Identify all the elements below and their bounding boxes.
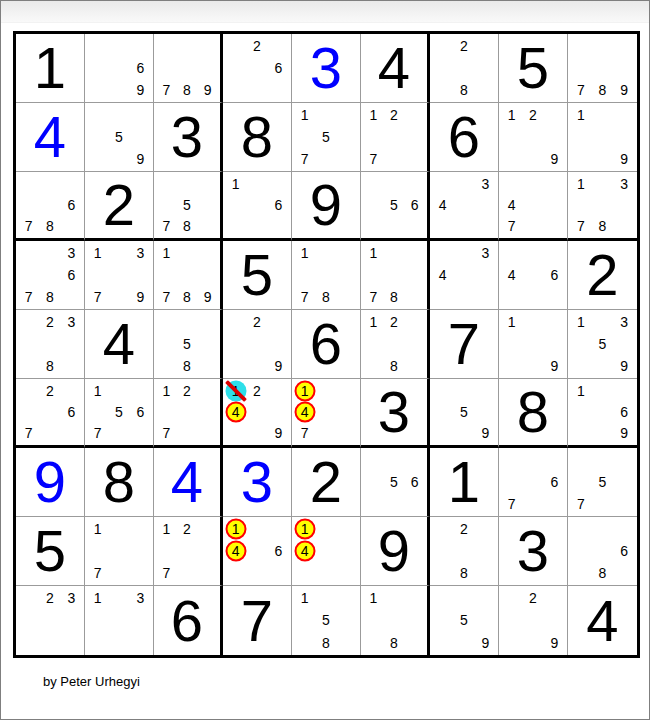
candidate-slot-8 <box>246 355 267 377</box>
candidate-digit: 2 <box>390 107 398 123</box>
cell-r1c1[interactable]: 1 <box>16 34 85 103</box>
candidate-slot-1 <box>501 587 522 609</box>
cell-r2c9[interactable]: 19 <box>568 103 637 172</box>
cell-r3c6[interactable]: 56 <box>361 172 430 241</box>
candidate-slot-5: 5 <box>384 194 405 215</box>
given-digit: 6 <box>448 108 480 166</box>
given-digit: 8 <box>241 108 273 166</box>
cell-r6c8[interactable]: 8 <box>499 379 568 448</box>
cell-r9c5[interactable]: 158 <box>292 586 361 655</box>
candidate-slot-7 <box>432 632 453 654</box>
cell-r5c9[interactable]: 1359 <box>568 310 637 379</box>
candidate-slot-8 <box>453 632 474 654</box>
cell-r2c4[interactable]: 8 <box>223 103 292 172</box>
candidate-slot-6 <box>475 194 496 215</box>
candidate-slot-7: 7 <box>570 79 592 101</box>
cell-r6c6[interactable]: 3 <box>361 379 430 448</box>
candidate-slot-3 <box>544 242 565 264</box>
candidate-slot-9 <box>613 216 635 237</box>
cell-r3c4[interactable]: 16 <box>223 172 292 241</box>
cell-r8c6[interactable]: 9 <box>361 517 430 586</box>
given-digit: 2 <box>103 176 135 234</box>
candidate-slot-7: 7 <box>294 148 315 170</box>
candidate-digit: 3 <box>67 590 75 606</box>
candidate-digit: 3 <box>67 314 75 330</box>
candidate-slot-3 <box>268 173 289 194</box>
candidate-slot-8 <box>384 216 405 237</box>
cell-r6c4[interactable]: 1249 <box>223 379 292 448</box>
cell-r7c5[interactable]: 2 <box>292 448 361 517</box>
candidate-slot-9: 9 <box>130 79 151 101</box>
cell-r9c8[interactable]: 29 <box>499 586 568 655</box>
candidate-digit: 1 <box>577 107 585 123</box>
candidate-slot-1: 1 <box>501 311 522 333</box>
cell-r4c7[interactable]: 34 <box>430 241 499 310</box>
cell-r4c5[interactable]: 178 <box>292 241 361 310</box>
candidate-slot-9 <box>475 286 496 308</box>
candidate-slot-7 <box>432 286 453 308</box>
candidate-slot-6 <box>197 401 218 422</box>
candidate-digit: 8 <box>390 635 398 651</box>
cell-r5c2[interactable]: 4 <box>85 310 154 379</box>
cell-r7c7[interactable]: 1 <box>430 448 499 517</box>
candidate-slot-2 <box>177 173 198 194</box>
candidate-slot-6: 6 <box>61 194 82 215</box>
candidate-slot-6 <box>337 401 358 422</box>
candidate-slot-3 <box>197 518 218 540</box>
candidate-slot-7 <box>156 355 177 377</box>
candidate-grid: 1359 <box>570 311 635 377</box>
cell-r8c3[interactable]: 127 <box>154 517 223 586</box>
candidate-slot-7 <box>432 562 453 584</box>
candidate-slot-2 <box>522 242 543 264</box>
cell-r9c4[interactable]: 7 <box>223 586 292 655</box>
candidate-digit: 7 <box>577 82 585 98</box>
candidate-slot-6 <box>197 333 218 355</box>
cell-r4c4[interactable]: 5 <box>223 241 292 310</box>
cell-r2c3[interactable]: 3 <box>154 103 223 172</box>
candidate-slot-3 <box>61 173 82 194</box>
candidate-slot-5 <box>39 401 60 422</box>
candidate-grid: 34 <box>432 242 496 308</box>
candidate-slot-9: 9 <box>613 79 635 101</box>
cell-r2c5[interactable]: 157 <box>292 103 361 172</box>
candidate-slot-1: 1 <box>363 104 384 126</box>
cell-r6c2[interactable]: 1567 <box>85 379 154 448</box>
cell-r5c3[interactable]: 58 <box>154 310 223 379</box>
candidate-slot-6 <box>130 609 151 631</box>
candidate-slot-4 <box>570 126 592 148</box>
candidate-slot-9 <box>404 493 425 515</box>
cell-r6c1[interactable]: 267 <box>16 379 85 448</box>
candidate-slot-1 <box>570 35 592 57</box>
cell-r6c5[interactable]: 147 <box>292 379 361 448</box>
candidate-slot-9 <box>61 632 82 654</box>
candidate-slot-9: 9 <box>475 423 496 444</box>
candidate-digit: 3 <box>481 245 489 261</box>
candidate-slot-3 <box>268 35 289 57</box>
candidate-digit: 6 <box>274 60 282 76</box>
candidate-slot-2 <box>592 173 614 194</box>
candidate-grid: 59 <box>432 380 496 444</box>
candidate-digit: 1 <box>369 590 377 606</box>
candidate-digit: 6 <box>411 474 419 490</box>
cell-r4c9[interactable]: 2 <box>568 241 637 310</box>
candidate-grid: 1379 <box>87 242 151 308</box>
candidate-slot-6 <box>475 57 496 79</box>
candidate-slot-5: 5 <box>108 126 129 148</box>
candidate-slot-8 <box>522 632 543 654</box>
cell-r3c7[interactable]: 34 <box>430 172 499 241</box>
candidate-slot-6: 6 <box>61 264 82 286</box>
cell-r5c5[interactable]: 6 <box>292 310 361 379</box>
candidate-slot-4 <box>225 333 246 355</box>
candidate-grid: 17 <box>87 518 151 584</box>
given-digit: 4 <box>378 39 410 97</box>
cell-r3c5[interactable]: 9 <box>292 172 361 241</box>
candidate-slot-4 <box>432 540 453 562</box>
candidate-slot-7: 7 <box>501 493 522 515</box>
given-digit: 9 <box>310 176 342 234</box>
candidate-slot-8 <box>522 286 543 308</box>
candidate-slot-7: 7 <box>570 216 592 237</box>
candidate-digit: 7 <box>369 151 377 167</box>
candidate-slot-7 <box>501 286 522 308</box>
cell-r8c5[interactable]: 14 <box>292 517 361 586</box>
cell-r1c2[interactable]: 69 <box>85 34 154 103</box>
candidate-slot-9 <box>404 632 425 654</box>
candidate-slot-8 <box>108 148 129 170</box>
cell-r1c8[interactable]: 5 <box>499 34 568 103</box>
candidate-slot-2: 2 <box>39 380 60 401</box>
candidate-grid: 29 <box>501 587 565 654</box>
cell-r1c5[interactable]: 3 <box>292 34 361 103</box>
candidate-slot-8 <box>108 562 129 584</box>
candidate-slot-1 <box>432 380 453 401</box>
candidate-digit: 6 <box>274 197 282 213</box>
candidate-slot-8 <box>453 216 474 237</box>
cell-r3c9[interactable]: 1378 <box>568 172 637 241</box>
candidate-digit: 9 <box>550 635 558 651</box>
candidate-slot-6: 6 <box>404 194 425 215</box>
candidate-slot-4 <box>294 126 315 148</box>
candidate-grid: 1789 <box>156 242 218 308</box>
candidate-digit: 4 <box>232 404 240 420</box>
candidate-digit: 5 <box>115 404 123 420</box>
candidate-grid: 178 <box>294 242 358 308</box>
candidate-grid: 157 <box>294 104 358 170</box>
candidate-slot-7 <box>570 423 592 444</box>
candidate-slot-6 <box>613 333 635 355</box>
candidate-slot-1: 1 <box>363 242 384 264</box>
cell-r8c1[interactable]: 5 <box>16 517 85 586</box>
candidate-digit: 9 <box>204 82 212 98</box>
candidate-slot-2 <box>592 35 614 57</box>
candidate-grid: 146 <box>225 518 289 584</box>
candidate-slot-2: 2 <box>39 587 60 609</box>
candidate-slot-7 <box>87 79 108 101</box>
cell-r7c1[interactable]: 9 <box>16 448 85 517</box>
candidate-slot-8: 8 <box>384 355 405 377</box>
candidate-slot-4 <box>570 333 592 355</box>
candidate-slot-5 <box>384 609 405 631</box>
cell-r5c7[interactable]: 7 <box>430 310 499 379</box>
candidate-slot-4 <box>432 57 453 79</box>
candidate-slot-1: 1 <box>87 242 108 264</box>
candidate-slot-9 <box>268 562 289 584</box>
candidate-digit: 1 <box>162 383 170 399</box>
candidate-digit: 4 <box>439 197 447 213</box>
candidate-digit: 9 <box>481 425 489 441</box>
candidate-slot-1 <box>432 518 453 540</box>
cell-r1c3[interactable]: 789 <box>154 34 223 103</box>
candidate-slot-4 <box>156 540 177 562</box>
cell-r5c1[interactable]: 238 <box>16 310 85 379</box>
cell-r9c3[interactable]: 6 <box>154 586 223 655</box>
candidate-digit: 2 <box>46 314 54 330</box>
candidate-slot-3 <box>268 518 289 540</box>
candidate-slot-8 <box>108 423 129 444</box>
cell-r8c7[interactable]: 28 <box>430 517 499 586</box>
candidate-grid: 58 <box>156 311 218 377</box>
candidate-slot-8: 8 <box>384 286 405 308</box>
candidate-slot-3 <box>404 104 425 126</box>
candidate-slot-5 <box>315 401 336 422</box>
candidate-slot-9 <box>61 355 82 377</box>
cell-r3c3[interactable]: 578 <box>154 172 223 241</box>
cell-r4c8[interactable]: 46 <box>499 241 568 310</box>
cell-r2c2[interactable]: 59 <box>85 103 154 172</box>
cell-r9c1[interactable]: 23 <box>16 586 85 655</box>
candidate-slot-6 <box>130 126 151 148</box>
cell-r5c6[interactable]: 128 <box>361 310 430 379</box>
candidate-slot-8: 8 <box>592 79 614 101</box>
cell-r7c9[interactable]: 57 <box>568 448 637 517</box>
candidate-slot-2 <box>246 173 267 194</box>
candidate-slot-6 <box>268 401 289 422</box>
candidate-slot-4 <box>87 540 108 562</box>
cell-r9c6[interactable]: 18 <box>361 586 430 655</box>
candidate-slot-4 <box>87 609 108 631</box>
candidate-digit: 5 <box>460 404 468 420</box>
solved-digit: 4 <box>34 108 66 166</box>
candidate-slot-5 <box>39 333 60 355</box>
cell-r7c6[interactable]: 56 <box>361 448 430 517</box>
candidate-slot-5: 5 <box>592 333 614 355</box>
candidate-digit: 5 <box>460 612 468 628</box>
cell-r6c7[interactable]: 59 <box>430 379 499 448</box>
candidate-digit: 3 <box>136 590 144 606</box>
cell-r6c3[interactable]: 127 <box>154 379 223 448</box>
candidate-slot-4 <box>18 333 39 355</box>
cell-r9c7[interactable]: 59 <box>430 586 499 655</box>
candidate-slot-5 <box>453 57 474 79</box>
cell-r4c1[interactable]: 3678 <box>16 241 85 310</box>
cell-r7c8[interactable]: 67 <box>499 448 568 517</box>
candidate-slot-3 <box>337 587 358 609</box>
cell-r7c3[interactable]: 4 <box>154 448 223 517</box>
candidate-slot-6 <box>197 57 218 79</box>
candidate-slot-5: 5 <box>384 471 405 493</box>
candidate-slot-6: 6 <box>268 194 289 215</box>
candidate-slot-7 <box>570 562 592 584</box>
candidate-slot-7 <box>225 79 246 101</box>
candidate-slot-7 <box>432 216 453 237</box>
candidate-digit: 5 <box>183 197 191 213</box>
candidate-slot-2 <box>315 518 336 540</box>
candidate-slot-5: 5 <box>453 609 474 631</box>
cell-r4c2[interactable]: 1379 <box>85 241 154 310</box>
cell-r6c9[interactable]: 169 <box>568 379 637 448</box>
cell-r1c9[interactable]: 789 <box>568 34 637 103</box>
candidate-slot-7: 7 <box>156 286 177 308</box>
given-digit: 5 <box>517 39 549 97</box>
candidate-slot-8 <box>246 216 267 237</box>
candidate-grid: 178 <box>363 242 425 308</box>
cell-r2c8[interactable]: 129 <box>499 103 568 172</box>
candidate-grid: 56 <box>363 449 425 515</box>
candidate-slot-8 <box>246 562 267 584</box>
candidate-slot-6: 6 <box>268 540 289 562</box>
candidate-slot-5 <box>453 540 474 562</box>
candidate-digit: 7 <box>94 289 102 305</box>
candidate-slot-7 <box>225 423 246 444</box>
candidate-slot-2: 2 <box>522 104 543 126</box>
cell-r5c4[interactable]: 29 <box>223 310 292 379</box>
candidate-slot-8 <box>384 148 405 170</box>
candidate-slot-3 <box>130 518 151 540</box>
candidate-slot-8: 8 <box>177 216 198 237</box>
candidate-slot-7 <box>225 216 246 237</box>
candidate-slot-4 <box>225 57 246 79</box>
cell-r1c6[interactable]: 4 <box>361 34 430 103</box>
cell-r7c2[interactable]: 8 <box>85 448 154 517</box>
candidate-slot-4 <box>363 264 384 286</box>
cell-r2c7[interactable]: 6 <box>430 103 499 172</box>
candidate-slot-5 <box>177 57 198 79</box>
candidate-digit: 2 <box>46 590 54 606</box>
cell-r3c2[interactable]: 2 <box>85 172 154 241</box>
candidate-digit: 2 <box>390 314 398 330</box>
candidate-slot-9: 9 <box>613 148 635 170</box>
candidate-slot-6 <box>544 609 565 631</box>
candidate-slot-8: 8 <box>384 632 405 654</box>
candidate-slot-9: 9 <box>544 632 565 654</box>
candidate-slot-5 <box>246 57 267 79</box>
candidate-slot-5 <box>453 194 474 215</box>
given-digit: 3 <box>378 383 410 441</box>
candidate-slot-5 <box>592 540 614 562</box>
cell-r8c2[interactable]: 17 <box>85 517 154 586</box>
candidate-slot-5 <box>592 57 614 79</box>
cell-r4c6[interactable]: 178 <box>361 241 430 310</box>
candidate-slot-5 <box>39 264 60 286</box>
candidate-slot-1 <box>18 380 39 401</box>
cell-r8c9[interactable]: 68 <box>568 517 637 586</box>
candidate-slot-5 <box>177 264 198 286</box>
candidate-slot-5 <box>522 194 543 215</box>
candidate-digit: 8 <box>390 289 398 305</box>
candidate-slot-5 <box>108 264 129 286</box>
candidate-slot-4 <box>363 609 384 631</box>
candidate-slot-3 <box>404 311 425 333</box>
candidate-digit: 5 <box>183 336 191 352</box>
cell-r8c4[interactable]: 146 <box>223 517 292 586</box>
candidate-slot-3 <box>475 35 496 57</box>
candidate-grid: 13 <box>87 587 151 654</box>
candidate-grid: 14 <box>294 518 358 584</box>
cell-r2c1[interactable]: 4 <box>16 103 85 172</box>
candidate-slot-9: 9 <box>268 355 289 377</box>
candidate-slot-7: 7 <box>570 493 592 515</box>
candidate-slot-6: 6 <box>268 57 289 79</box>
candidate-slot-3 <box>337 380 358 401</box>
candidate-slot-9 <box>130 632 151 654</box>
cell-r5c8[interactable]: 19 <box>499 310 568 379</box>
candidate-slot-8 <box>522 493 543 515</box>
candidate-digit: 9 <box>136 289 144 305</box>
candidate-slot-1: 1 <box>294 380 315 401</box>
candidate-slot-4 <box>294 264 315 286</box>
candidate-slot-3 <box>404 242 425 264</box>
candidate-slot-2 <box>39 242 60 264</box>
given-digit: 5 <box>241 246 273 304</box>
cell-r3c8[interactable]: 47 <box>499 172 568 241</box>
candidate-slot-9 <box>337 423 358 444</box>
horizontal-scrollbar[interactable] <box>1 1 649 23</box>
candidate-slot-8 <box>39 632 60 654</box>
candidate-grid: 29 <box>225 311 289 377</box>
candidate-slot-1 <box>18 311 39 333</box>
candidate-slot-6 <box>61 333 82 355</box>
cell-r1c4[interactable]: 26 <box>223 34 292 103</box>
candidate-slot-8 <box>453 286 474 308</box>
candidate-digit: 1 <box>162 521 170 537</box>
candidate-slot-1 <box>87 35 108 57</box>
candidate-digit: 6 <box>550 267 558 283</box>
candidate-slot-3: 3 <box>475 173 496 194</box>
cell-r3c1[interactable]: 678 <box>16 172 85 241</box>
candidate-digit: 7 <box>577 218 585 234</box>
candidate-slot-4 <box>501 609 522 631</box>
cell-r9c9[interactable]: 4 <box>568 586 637 655</box>
cell-r9c2[interactable]: 13 <box>85 586 154 655</box>
cell-r1c7[interactable]: 28 <box>430 34 499 103</box>
given-digit: 4 <box>586 592 618 650</box>
cell-r7c4[interactable]: 3 <box>223 448 292 517</box>
given-digit: 6 <box>310 315 342 373</box>
candidate-digit: 9 <box>620 151 628 167</box>
candidate-slot-9: 9 <box>613 423 635 444</box>
candidate-slot-2 <box>592 449 614 471</box>
cell-r2c6[interactable]: 127 <box>361 103 430 172</box>
candidate-digit: 1 <box>94 383 102 399</box>
candidate-slot-6 <box>268 333 289 355</box>
candidate-slot-9 <box>475 216 496 237</box>
candidate-slot-7: 7 <box>156 79 177 101</box>
candidate-slot-8 <box>315 423 336 444</box>
candidate-slot-9 <box>61 286 82 308</box>
candidate-digit: 8 <box>599 565 607 581</box>
candidate-digit: 4 <box>232 543 240 559</box>
candidate-digit: 2 <box>46 383 54 399</box>
candidate-slot-1 <box>363 173 384 194</box>
candidate-slot-1: 1 <box>570 380 592 401</box>
candidate-slot-4 <box>18 401 39 422</box>
cell-r4c3[interactable]: 1789 <box>154 241 223 310</box>
candidate-digit: 2 <box>253 383 261 399</box>
cell-r8c8[interactable]: 3 <box>499 517 568 586</box>
